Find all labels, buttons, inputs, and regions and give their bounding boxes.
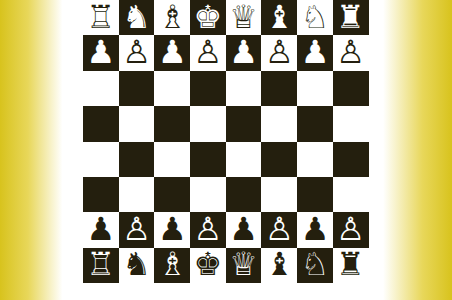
outline-knight-icon: ♘ <box>301 1 330 33</box>
solid-pawn-icon: ♟ <box>87 36 116 68</box>
background-gradient-right <box>368 0 452 300</box>
square-a8[interactable]: ♖ <box>83 0 119 35</box>
square-f1[interactable]: ♝ <box>261 248 297 283</box>
square-h1[interactable]: ♜ <box>333 248 369 283</box>
square-f4[interactable] <box>261 142 297 177</box>
outline-bishop-icon: ♗ <box>158 1 187 33</box>
square-b4[interactable] <box>119 142 155 177</box>
solid-king-icon: ♚ <box>194 248 223 280</box>
solid-pawn-icon: ♟ <box>301 213 330 245</box>
solid-rook-icon: ♜ <box>336 248 365 280</box>
square-g1[interactable]: ♘ <box>297 248 333 283</box>
square-b6[interactable] <box>119 71 155 106</box>
square-d5[interactable] <box>190 106 226 141</box>
outline-pawn-icon: ♙ <box>265 213 294 245</box>
square-d1[interactable]: ♚ <box>190 248 226 283</box>
square-h8[interactable]: ♜ <box>333 0 369 35</box>
solid-king-icon: ♚ <box>194 1 223 33</box>
square-h2[interactable]: ♙ <box>333 212 369 247</box>
outline-queen-icon: ♕ <box>229 248 258 280</box>
solid-pawn-icon: ♟ <box>229 36 258 68</box>
outline-pawn-icon: ♙ <box>194 213 223 245</box>
solid-knight-icon: ♞ <box>122 248 151 280</box>
square-g3[interactable] <box>297 177 333 212</box>
outline-pawn-icon: ♙ <box>194 36 223 68</box>
outline-knight-icon: ♘ <box>301 248 330 280</box>
square-c1[interactable]: ♗ <box>154 248 190 283</box>
square-c8[interactable]: ♗ <box>154 0 190 35</box>
square-h7[interactable]: ♙ <box>333 35 369 70</box>
square-c3[interactable] <box>154 177 190 212</box>
outline-pawn-icon: ♙ <box>336 213 365 245</box>
square-e8[interactable]: ♕ <box>226 0 262 35</box>
square-d2[interactable]: ♙ <box>190 212 226 247</box>
outline-pawn-icon: ♙ <box>122 36 151 68</box>
chess-illustration: ♖♞♗♚♕♝♘♜♟♙♟♙♟♙♟♙♟♙♟♙♟♙♟♙♖♞♗♚♕♝♘♜ <box>0 0 452 300</box>
square-b1[interactable]: ♞ <box>119 248 155 283</box>
square-d7[interactable]: ♙ <box>190 35 226 70</box>
square-b2[interactable]: ♙ <box>119 212 155 247</box>
square-c2[interactable]: ♟ <box>154 212 190 247</box>
square-d3[interactable] <box>190 177 226 212</box>
square-a1[interactable]: ♖ <box>83 248 119 283</box>
square-d6[interactable] <box>190 71 226 106</box>
solid-pawn-icon: ♟ <box>229 213 258 245</box>
square-f2[interactable]: ♙ <box>261 212 297 247</box>
outline-pawn-icon: ♙ <box>336 36 365 68</box>
square-a4[interactable] <box>83 142 119 177</box>
square-g4[interactable] <box>297 142 333 177</box>
square-g5[interactable] <box>297 106 333 141</box>
square-f6[interactable] <box>261 71 297 106</box>
square-e7[interactable]: ♟ <box>226 35 262 70</box>
square-e6[interactable] <box>226 71 262 106</box>
outline-pawn-icon: ♙ <box>265 36 294 68</box>
square-e1[interactable]: ♕ <box>226 248 262 283</box>
solid-pawn-icon: ♟ <box>87 213 116 245</box>
square-g6[interactable] <box>297 71 333 106</box>
square-f8[interactable]: ♝ <box>261 0 297 35</box>
square-e5[interactable] <box>226 106 262 141</box>
square-a5[interactable] <box>83 106 119 141</box>
square-a2[interactable]: ♟ <box>83 212 119 247</box>
solid-knight-icon: ♞ <box>122 1 151 33</box>
outline-rook-icon: ♖ <box>87 1 116 33</box>
square-h6[interactable] <box>333 71 369 106</box>
square-f5[interactable] <box>261 106 297 141</box>
solid-pawn-icon: ♟ <box>158 213 187 245</box>
solid-rook-icon: ♜ <box>336 1 365 33</box>
square-b8[interactable]: ♞ <box>119 0 155 35</box>
square-b3[interactable] <box>119 177 155 212</box>
solid-pawn-icon: ♟ <box>158 36 187 68</box>
square-c5[interactable] <box>154 106 190 141</box>
square-h5[interactable] <box>333 106 369 141</box>
square-a6[interactable] <box>83 71 119 106</box>
square-b7[interactable]: ♙ <box>119 35 155 70</box>
square-e3[interactable] <box>226 177 262 212</box>
solid-bishop-icon: ♝ <box>265 1 294 33</box>
outline-rook-icon: ♖ <box>87 248 116 280</box>
square-a7[interactable]: ♟ <box>83 35 119 70</box>
chess-board: ♖♞♗♚♕♝♘♜♟♙♟♙♟♙♟♙♟♙♟♙♟♙♟♙♖♞♗♚♕♝♘♜ <box>83 0 369 283</box>
square-c6[interactable] <box>154 71 190 106</box>
square-c4[interactable] <box>154 142 190 177</box>
square-g7[interactable]: ♟ <box>297 35 333 70</box>
square-f3[interactable] <box>261 177 297 212</box>
outline-queen-icon: ♕ <box>229 1 258 33</box>
square-b5[interactable] <box>119 106 155 141</box>
solid-pawn-icon: ♟ <box>301 36 330 68</box>
square-h4[interactable] <box>333 142 369 177</box>
square-f7[interactable]: ♙ <box>261 35 297 70</box>
square-e2[interactable]: ♟ <box>226 212 262 247</box>
square-c7[interactable]: ♟ <box>154 35 190 70</box>
square-g8[interactable]: ♘ <box>297 0 333 35</box>
square-d4[interactable] <box>190 142 226 177</box>
background-gradient-left <box>0 0 80 300</box>
square-d8[interactable]: ♚ <box>190 0 226 35</box>
square-a3[interactable] <box>83 177 119 212</box>
square-g2[interactable]: ♟ <box>297 212 333 247</box>
solid-bishop-icon: ♝ <box>265 248 294 280</box>
outline-pawn-icon: ♙ <box>122 213 151 245</box>
square-h3[interactable] <box>333 177 369 212</box>
outline-bishop-icon: ♗ <box>158 248 187 280</box>
square-e4[interactable] <box>226 142 262 177</box>
